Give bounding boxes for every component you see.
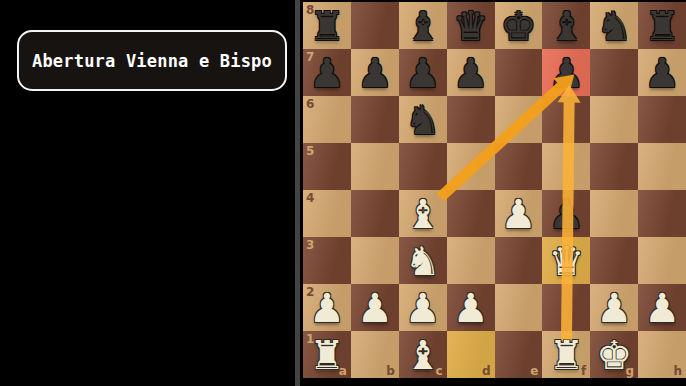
square-e1[interactable]: e xyxy=(495,331,543,378)
square-b7[interactable]: ♟ xyxy=(351,49,399,96)
square-d7[interactable]: ♟ xyxy=(447,49,495,96)
square-c1[interactable]: c♝ xyxy=(399,331,447,378)
square-e5[interactable] xyxy=(495,143,543,190)
caption-panel: Abertura Vienna e Bispo xyxy=(0,0,293,386)
square-e8[interactable]: ♚ xyxy=(495,2,543,49)
square-g3[interactable] xyxy=(590,237,638,284)
rank-label-4: 4 xyxy=(306,191,314,205)
square-e4[interactable]: ♟ xyxy=(495,190,543,237)
square-a2[interactable]: 2♟ xyxy=(303,284,351,331)
piece-black-pawn[interactable]: ♟ xyxy=(548,194,584,234)
square-f5[interactable] xyxy=(542,143,590,190)
square-f4[interactable]: ♟ xyxy=(542,190,590,237)
square-h6[interactable] xyxy=(638,96,686,143)
opening-title-box: Abertura Vienna e Bispo xyxy=(17,30,287,91)
square-b6[interactable] xyxy=(351,96,399,143)
square-e3[interactable] xyxy=(495,237,543,284)
piece-white-queen[interactable]: ♛ xyxy=(548,241,584,281)
piece-white-rook[interactable]: ♜ xyxy=(309,335,345,375)
square-e2[interactable] xyxy=(495,284,543,331)
piece-black-rook[interactable]: ♜ xyxy=(309,6,345,46)
square-e7[interactable] xyxy=(495,49,543,96)
square-f6[interactable] xyxy=(542,96,590,143)
piece-black-pawn[interactable]: ♟ xyxy=(453,53,489,93)
piece-black-king[interactable]: ♚ xyxy=(501,6,537,46)
square-h1[interactable]: h xyxy=(638,331,686,378)
square-b8[interactable] xyxy=(351,2,399,49)
board-area: 8♜♝♛♚♝♞♜7♟♟♟♟♟♟6♞54♝♟♟3♞♛2♟♟♟♟♟♟1a♜bc♝de… xyxy=(303,2,686,378)
file-label-e: e xyxy=(530,364,538,378)
square-f7[interactable]: ♟ xyxy=(542,49,590,96)
square-g2[interactable]: ♟ xyxy=(590,284,638,331)
piece-white-bishop[interactable]: ♝ xyxy=(405,194,441,234)
square-a5[interactable]: 5 xyxy=(303,143,351,190)
square-f1[interactable]: f♜ xyxy=(542,331,590,378)
piece-white-knight[interactable]: ♞ xyxy=(405,241,441,281)
square-f3[interactable]: ♛ xyxy=(542,237,590,284)
square-g4[interactable] xyxy=(590,190,638,237)
square-e6[interactable] xyxy=(495,96,543,143)
square-h4[interactable] xyxy=(638,190,686,237)
piece-black-bishop[interactable]: ♝ xyxy=(548,6,584,46)
square-g7[interactable] xyxy=(590,49,638,96)
piece-white-pawn[interactable]: ♟ xyxy=(596,288,632,328)
square-d1[interactable]: d xyxy=(447,331,495,378)
square-h3[interactable] xyxy=(638,237,686,284)
piece-white-bishop[interactable]: ♝ xyxy=(405,335,441,375)
square-b1[interactable]: b xyxy=(351,331,399,378)
piece-black-pawn[interactable]: ♟ xyxy=(309,53,345,93)
piece-white-pawn[interactable]: ♟ xyxy=(453,288,489,328)
square-h5[interactable] xyxy=(638,143,686,190)
piece-white-king[interactable]: ♚ xyxy=(596,335,632,375)
square-c3[interactable]: ♞ xyxy=(399,237,447,284)
piece-white-pawn[interactable]: ♟ xyxy=(644,288,680,328)
square-b4[interactable] xyxy=(351,190,399,237)
opening-title-text: Abertura Vienna e Bispo xyxy=(32,51,272,71)
rank-label-3: 3 xyxy=(306,238,314,252)
rank-label-5: 5 xyxy=(306,144,314,158)
square-a3[interactable]: 3 xyxy=(303,237,351,284)
square-d5[interactable] xyxy=(447,143,495,190)
app-screen: Abertura Vienna e Bispo 8♜♝♛♚♝♞♜7♟♟♟♟♟♟6… xyxy=(0,0,686,386)
file-label-d: d xyxy=(482,364,491,378)
square-c2[interactable]: ♟ xyxy=(399,284,447,331)
square-c8[interactable]: ♝ xyxy=(399,2,447,49)
square-h2[interactable]: ♟ xyxy=(638,284,686,331)
square-c6[interactable]: ♞ xyxy=(399,96,447,143)
square-a7[interactable]: 7♟ xyxy=(303,49,351,96)
square-c7[interactable]: ♟ xyxy=(399,49,447,96)
square-g6[interactable] xyxy=(590,96,638,143)
square-g8[interactable]: ♞ xyxy=(590,2,638,49)
rank-label-6: 6 xyxy=(306,97,314,111)
panel-board-divider xyxy=(295,0,300,386)
chess-board[interactable]: 8♜♝♛♚♝♞♜7♟♟♟♟♟♟6♞54♝♟♟3♞♛2♟♟♟♟♟♟1a♜bc♝de… xyxy=(303,2,686,378)
square-c4[interactable]: ♝ xyxy=(399,190,447,237)
square-b5[interactable] xyxy=(351,143,399,190)
square-d4[interactable] xyxy=(447,190,495,237)
piece-black-queen[interactable]: ♛ xyxy=(453,6,489,46)
piece-black-pawn[interactable]: ♟ xyxy=(405,53,441,93)
file-label-h: h xyxy=(673,364,682,378)
square-d6[interactable] xyxy=(447,96,495,143)
piece-white-rook[interactable]: ♜ xyxy=(548,335,584,375)
square-b3[interactable] xyxy=(351,237,399,284)
square-h7[interactable]: ♟ xyxy=(638,49,686,96)
square-d2[interactable]: ♟ xyxy=(447,284,495,331)
square-f2[interactable] xyxy=(542,284,590,331)
piece-black-pawn[interactable]: ♟ xyxy=(644,53,680,93)
square-a4[interactable]: 4 xyxy=(303,190,351,237)
square-h8[interactable]: ♜ xyxy=(638,2,686,49)
piece-black-knight[interactable]: ♞ xyxy=(405,100,441,140)
square-d8[interactable]: ♛ xyxy=(447,2,495,49)
piece-black-pawn[interactable]: ♟ xyxy=(357,53,393,93)
square-c5[interactable] xyxy=(399,143,447,190)
piece-black-knight[interactable]: ♞ xyxy=(596,6,632,46)
square-b2[interactable]: ♟ xyxy=(351,284,399,331)
file-label-b: b xyxy=(386,364,395,378)
square-a6[interactable]: 6 xyxy=(303,96,351,143)
square-g1[interactable]: g♚ xyxy=(590,331,638,378)
square-a1[interactable]: 1a♜ xyxy=(303,331,351,378)
square-d3[interactable] xyxy=(447,237,495,284)
square-g5[interactable] xyxy=(590,143,638,190)
piece-black-rook[interactable]: ♜ xyxy=(644,6,680,46)
piece-white-pawn[interactable]: ♟ xyxy=(405,288,441,328)
piece-black-pawn[interactable]: ♟ xyxy=(548,53,584,93)
piece-black-bishop[interactable]: ♝ xyxy=(405,6,441,46)
piece-white-pawn[interactable]: ♟ xyxy=(309,288,345,328)
piece-white-pawn[interactable]: ♟ xyxy=(357,288,393,328)
square-f8[interactable]: ♝ xyxy=(542,2,590,49)
piece-white-pawn[interactable]: ♟ xyxy=(501,194,537,234)
square-a8[interactable]: 8♜ xyxy=(303,2,351,49)
